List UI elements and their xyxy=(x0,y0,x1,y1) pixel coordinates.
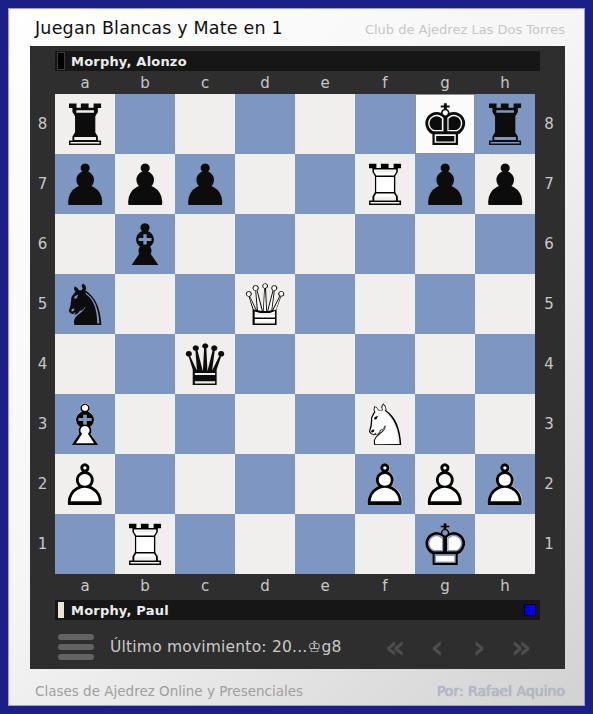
file-label-g: g xyxy=(415,577,475,595)
square-a2[interactable]: ♟♙ xyxy=(55,454,115,514)
file-label-h: h xyxy=(475,74,535,92)
square-a5[interactable]: ♞ xyxy=(55,274,115,334)
menu-hamburger-icon[interactable] xyxy=(58,634,94,660)
square-e8[interactable] xyxy=(295,94,355,154)
black-king[interactable]: ♚ xyxy=(415,94,475,154)
page: Juegan Blancas y Mate en 1 Club de Ajedr… xyxy=(0,0,593,714)
white-queen[interactable]: ♛♕ xyxy=(235,274,295,334)
rank-label-7: 7 xyxy=(30,154,55,214)
board-middle: 87654321 ♜♚♜♟♟♟♜♖♟♟♝♞♛♕♛♝♗♞♘♟♙♟♙♟♙♟♙♜♖♚♔… xyxy=(30,94,565,574)
square-g6[interactable] xyxy=(415,214,475,274)
square-a3[interactable]: ♝♗ xyxy=(55,394,115,454)
square-h4[interactable] xyxy=(475,334,535,394)
square-g3[interactable] xyxy=(415,394,475,454)
square-f2[interactable]: ♟♙ xyxy=(355,454,415,514)
square-c3[interactable] xyxy=(175,394,235,454)
black-queen[interactable]: ♛ xyxy=(175,334,235,394)
rank-label-2: 2 xyxy=(535,454,563,514)
rank-label-3: 3 xyxy=(30,394,55,454)
white-pawn[interactable]: ♟♙ xyxy=(355,454,415,514)
square-b3[interactable] xyxy=(115,394,175,454)
turn-indicator xyxy=(524,604,536,616)
square-f6[interactable] xyxy=(355,214,415,274)
file-label-a: a xyxy=(55,74,115,92)
square-g8[interactable]: ♚ xyxy=(415,94,475,154)
square-h7[interactable]: ♟ xyxy=(475,154,535,214)
square-d2[interactable] xyxy=(235,454,295,514)
square-e2[interactable] xyxy=(295,454,355,514)
white-pawn[interactable]: ♟♙ xyxy=(415,454,475,514)
square-e7[interactable] xyxy=(295,154,355,214)
square-a7[interactable]: ♟ xyxy=(55,154,115,214)
rank-label-6: 6 xyxy=(535,214,563,274)
square-a8[interactable]: ♜ xyxy=(55,94,115,154)
white-player-name: Morphy, Paul xyxy=(71,603,169,618)
square-c6[interactable] xyxy=(175,214,235,274)
square-d5[interactable]: ♛♕ xyxy=(235,274,295,334)
square-b4[interactable] xyxy=(115,334,175,394)
square-e1[interactable] xyxy=(295,514,355,574)
rank-label-3: 3 xyxy=(535,394,563,454)
square-d4[interactable] xyxy=(235,334,295,394)
square-a1[interactable] xyxy=(55,514,115,574)
rank-label-6: 6 xyxy=(30,214,55,274)
file-labels-top: abcdefgh xyxy=(55,71,565,94)
nav-first-button[interactable]: « xyxy=(381,631,409,663)
footer-author-text: Por: Rafael Aquino xyxy=(437,683,565,699)
white-rook[interactable]: ♜♖ xyxy=(115,514,175,574)
square-a4[interactable] xyxy=(55,334,115,394)
footer: Clases de Ajedrez Online y Presenciales … xyxy=(8,669,585,699)
nav-prev-button[interactable]: ‹ xyxy=(423,631,451,663)
chess-board: ♜♚♜♟♟♟♜♖♟♟♝♞♛♕♛♝♗♞♘♟♙♟♙♟♙♟♙♜♖♚♔ xyxy=(55,94,535,574)
square-h8[interactable]: ♜ xyxy=(475,94,535,154)
square-e5[interactable] xyxy=(295,274,355,334)
black-side-indicator xyxy=(58,53,64,69)
rank-labels-left: 87654321 xyxy=(30,94,55,574)
square-b8[interactable] xyxy=(115,94,175,154)
controls-bar: Último movimiento: 20...♔g8 «‹›» xyxy=(30,624,565,670)
square-g5[interactable] xyxy=(415,274,475,334)
footer-classes-text: Clases de Ajedrez Online y Presenciales xyxy=(35,683,303,699)
square-d8[interactable] xyxy=(235,94,295,154)
square-c7[interactable]: ♟ xyxy=(175,154,235,214)
rank-label-8: 8 xyxy=(535,94,563,154)
black-pawn[interactable]: ♟ xyxy=(55,154,115,214)
nav-last-button[interactable]: » xyxy=(507,631,535,663)
white-side-indicator xyxy=(58,602,64,618)
file-label-h: h xyxy=(475,577,535,595)
file-label-e: e xyxy=(295,74,355,92)
square-d1[interactable] xyxy=(235,514,295,574)
file-label-f: f xyxy=(355,74,415,92)
rank-label-1: 1 xyxy=(535,514,563,574)
square-h1[interactable] xyxy=(475,514,535,574)
white-pawn[interactable]: ♟♙ xyxy=(475,454,535,514)
square-a6[interactable] xyxy=(55,214,115,274)
square-f3[interactable]: ♞♘ xyxy=(355,394,415,454)
square-b5[interactable] xyxy=(115,274,175,334)
file-label-d: d xyxy=(235,74,295,92)
black-rook[interactable]: ♜ xyxy=(475,94,535,154)
white-king[interactable]: ♚♔ xyxy=(415,514,475,574)
puzzle-title: Juegan Blancas y Mate en 1 xyxy=(35,18,283,38)
square-g1[interactable]: ♚♔ xyxy=(415,514,475,574)
square-f4[interactable] xyxy=(355,334,415,394)
file-label-e: e xyxy=(295,577,355,595)
file-label-d: d xyxy=(235,577,295,595)
square-d3[interactable] xyxy=(235,394,295,454)
white-pawn[interactable]: ♟♙ xyxy=(55,454,115,514)
square-c2[interactable] xyxy=(175,454,235,514)
player-bar-black: Morphy, Alonzo xyxy=(55,51,540,71)
file-label-b: b xyxy=(115,577,175,595)
black-pawn[interactable]: ♟ xyxy=(415,154,475,214)
square-h3[interactable] xyxy=(475,394,535,454)
square-e4[interactable] xyxy=(295,334,355,394)
square-f8[interactable] xyxy=(355,94,415,154)
square-f7[interactable]: ♜♖ xyxy=(355,154,415,214)
square-c5[interactable] xyxy=(175,274,235,334)
nav-next-button[interactable]: › xyxy=(465,631,493,663)
square-e6[interactable] xyxy=(295,214,355,274)
file-label-b: b xyxy=(115,74,175,92)
square-g2[interactable]: ♟♙ xyxy=(415,454,475,514)
rank-label-5: 5 xyxy=(30,274,55,334)
rank-label-2: 2 xyxy=(30,454,55,514)
square-g4[interactable] xyxy=(415,334,475,394)
last-move-label: Último movimiento: 20...♔g8 xyxy=(110,638,342,656)
file-label-c: c xyxy=(175,74,235,92)
player-bar-white: Morphy, Paul xyxy=(55,600,540,620)
rank-label-4: 4 xyxy=(535,334,563,394)
black-player-name: Morphy, Alonzo xyxy=(71,54,187,69)
rank-label-4: 4 xyxy=(30,334,55,394)
file-label-f: f xyxy=(355,577,415,595)
rank-label-1: 1 xyxy=(30,514,55,574)
black-pawn[interactable]: ♟ xyxy=(475,154,535,214)
square-d6[interactable] xyxy=(235,214,295,274)
square-h6[interactable] xyxy=(475,214,535,274)
square-h2[interactable]: ♟♙ xyxy=(475,454,535,514)
black-pawn[interactable]: ♟ xyxy=(115,154,175,214)
file-label-a: a xyxy=(55,577,115,595)
square-e3[interactable] xyxy=(295,394,355,454)
white-knight[interactable]: ♞♘ xyxy=(355,394,415,454)
black-bishop[interactable]: ♝ xyxy=(115,214,175,274)
square-h5[interactable] xyxy=(475,274,535,334)
white-rook[interactable]: ♜♖ xyxy=(355,154,415,214)
square-d7[interactable] xyxy=(235,154,295,214)
black-rook[interactable]: ♜ xyxy=(55,94,115,154)
nav-buttons: «‹›» xyxy=(381,631,535,663)
titlebar: Juegan Blancas y Mate en 1 Club de Ajedr… xyxy=(8,8,585,46)
square-b7[interactable]: ♟ xyxy=(115,154,175,214)
square-b2[interactable] xyxy=(115,454,175,514)
file-label-g: g xyxy=(415,74,475,92)
club-name: Club de Ajedrez Las Dos Torres xyxy=(365,22,565,37)
file-label-c: c xyxy=(175,577,235,595)
black-knight[interactable]: ♞ xyxy=(55,274,115,334)
square-f5[interactable] xyxy=(355,274,415,334)
square-f1[interactable] xyxy=(355,514,415,574)
square-g7[interactable]: ♟ xyxy=(415,154,475,214)
square-c1[interactable] xyxy=(175,514,235,574)
board-panel: Morphy, Alonzo abcdefgh 87654321 ♜♚♜♟♟♟♜… xyxy=(30,46,565,669)
square-c4[interactable]: ♛ xyxy=(175,334,235,394)
square-b1[interactable]: ♜♖ xyxy=(115,514,175,574)
rank-label-5: 5 xyxy=(535,274,563,334)
rank-label-8: 8 xyxy=(30,94,55,154)
white-bishop[interactable]: ♝♗ xyxy=(55,394,115,454)
rank-labels-right: 87654321 xyxy=(535,94,563,574)
rank-label-7: 7 xyxy=(535,154,563,214)
square-c8[interactable] xyxy=(175,94,235,154)
black-pawn[interactable]: ♟ xyxy=(175,154,235,214)
square-b6[interactable]: ♝ xyxy=(115,214,175,274)
